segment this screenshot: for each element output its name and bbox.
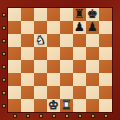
square-g7[interactable]: ♟ bbox=[86, 21, 99, 34]
square-b5[interactable] bbox=[21, 47, 34, 60]
square-a4[interactable] bbox=[8, 60, 21, 73]
square-f6[interactable] bbox=[73, 34, 86, 47]
rank-label-1: 1 bbox=[2, 104, 6, 108]
square-f1[interactable] bbox=[73, 99, 86, 112]
square-b4[interactable] bbox=[21, 60, 34, 73]
square-f2[interactable] bbox=[73, 86, 86, 99]
square-a5[interactable] bbox=[8, 47, 21, 60]
rank-label-2: 2 bbox=[2, 91, 6, 95]
square-h3[interactable] bbox=[99, 73, 112, 86]
square-e6[interactable] bbox=[60, 34, 73, 47]
square-c1[interactable] bbox=[34, 99, 47, 112]
rank-label-4: 4 bbox=[2, 65, 6, 69]
square-e4[interactable] bbox=[60, 60, 73, 73]
square-e3[interactable] bbox=[60, 73, 73, 86]
rank-label-5: 5 bbox=[2, 52, 6, 56]
square-h6[interactable] bbox=[99, 34, 112, 47]
square-h7[interactable] bbox=[99, 21, 112, 34]
file-label-b: b bbox=[26, 114, 30, 118]
square-d3[interactable] bbox=[47, 73, 60, 86]
rank-label-8: 8 bbox=[2, 13, 6, 17]
square-c3[interactable] bbox=[34, 73, 47, 86]
square-g6[interactable] bbox=[86, 34, 99, 47]
square-a1[interactable] bbox=[8, 99, 21, 112]
square-g5[interactable] bbox=[86, 47, 99, 60]
square-e5[interactable] bbox=[60, 47, 73, 60]
square-h2[interactable] bbox=[99, 86, 112, 99]
square-b6[interactable] bbox=[21, 34, 34, 47]
square-g4[interactable] bbox=[86, 60, 99, 73]
square-a8[interactable] bbox=[8, 8, 21, 21]
square-e8[interactable] bbox=[60, 8, 73, 21]
rank-label-3: 3 bbox=[2, 78, 6, 82]
square-a7[interactable] bbox=[8, 21, 21, 34]
piece-white-knight-c6[interactable]: ♞ bbox=[34, 34, 47, 47]
square-f3[interactable] bbox=[73, 73, 86, 86]
square-h4[interactable] bbox=[99, 60, 112, 73]
square-a6[interactable] bbox=[8, 34, 21, 47]
chess-board-frame: ♜♚♟♟♞♚♜ 87654321 abcdefgh bbox=[0, 0, 120, 120]
square-c4[interactable] bbox=[34, 60, 47, 73]
square-c8[interactable] bbox=[34, 8, 47, 21]
piece-black-pawn-g7[interactable]: ♟ bbox=[86, 21, 99, 34]
square-e7[interactable] bbox=[60, 21, 73, 34]
square-b3[interactable] bbox=[21, 73, 34, 86]
square-b7[interactable] bbox=[21, 21, 34, 34]
square-c5[interactable] bbox=[34, 47, 47, 60]
square-b1[interactable] bbox=[21, 99, 34, 112]
square-g1[interactable] bbox=[86, 99, 99, 112]
square-g2[interactable] bbox=[86, 86, 99, 99]
square-b8[interactable] bbox=[21, 8, 34, 21]
file-label-e: e bbox=[65, 114, 69, 118]
square-h8[interactable] bbox=[99, 8, 112, 21]
piece-white-king-d1[interactable]: ♚ bbox=[47, 99, 60, 112]
square-h5[interactable] bbox=[99, 47, 112, 60]
rank-label-6: 6 bbox=[2, 39, 6, 43]
square-a3[interactable] bbox=[8, 73, 21, 86]
file-label-h: h bbox=[104, 114, 108, 118]
square-b2[interactable] bbox=[21, 86, 34, 99]
chess-board: ♜♚♟♟♞♚♜ bbox=[8, 8, 112, 112]
square-d8[interactable] bbox=[47, 8, 60, 21]
square-f5[interactable] bbox=[73, 47, 86, 60]
square-c6[interactable]: ♞ bbox=[34, 34, 47, 47]
piece-black-pawn-f7[interactable]: ♟ bbox=[73, 21, 86, 34]
square-f7[interactable]: ♟ bbox=[73, 21, 86, 34]
square-f4[interactable] bbox=[73, 60, 86, 73]
square-c2[interactable] bbox=[34, 86, 47, 99]
rank-label-7: 7 bbox=[2, 26, 6, 30]
square-d5[interactable] bbox=[47, 47, 60, 60]
piece-white-rook-e1[interactable]: ♜ bbox=[60, 99, 73, 112]
file-label-f: f bbox=[78, 114, 82, 118]
square-e1[interactable]: ♜ bbox=[60, 99, 73, 112]
file-label-d: d bbox=[52, 114, 56, 118]
file-label-g: g bbox=[91, 114, 95, 118]
file-label-c: c bbox=[39, 114, 43, 118]
square-d6[interactable] bbox=[47, 34, 60, 47]
square-g3[interactable] bbox=[86, 73, 99, 86]
file-label-a: a bbox=[13, 114, 17, 118]
square-h1[interactable] bbox=[99, 99, 112, 112]
square-d1[interactable]: ♚ bbox=[47, 99, 60, 112]
square-d4[interactable] bbox=[47, 60, 60, 73]
square-a2[interactable] bbox=[8, 86, 21, 99]
square-d7[interactable] bbox=[47, 21, 60, 34]
